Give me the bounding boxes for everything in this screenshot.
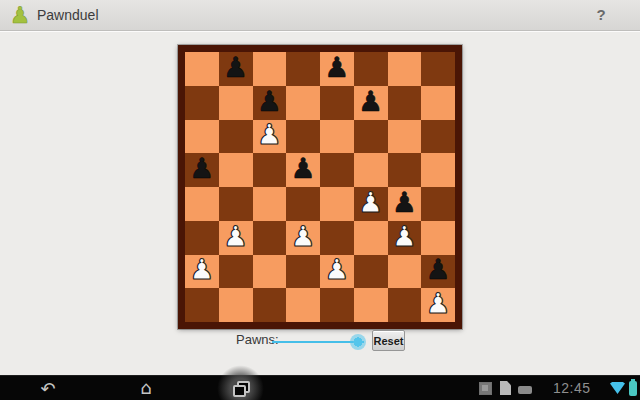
- square-b7[interactable]: [219, 86, 253, 120]
- square-a2[interactable]: ♟: [185, 255, 219, 289]
- square-d7[interactable]: [286, 86, 320, 120]
- square-c7[interactable]: ♟: [253, 86, 287, 120]
- square-b5[interactable]: [219, 153, 253, 187]
- notification-document-icon[interactable]: [500, 381, 511, 395]
- square-a5[interactable]: ♟: [185, 153, 219, 187]
- black-pawn: ♟: [426, 256, 451, 284]
- app-pawn-icon: ♟: [9, 1, 31, 29]
- square-g8[interactable]: [388, 52, 422, 86]
- square-f7[interactable]: ♟: [354, 86, 388, 120]
- app-title: Pawnduel: [37, 0, 99, 30]
- square-g5[interactable]: [388, 153, 422, 187]
- square-h2[interactable]: ♟: [421, 255, 455, 289]
- white-pawn: ♟: [291, 223, 316, 251]
- white-pawn: ♟: [189, 256, 214, 284]
- notification-usb-icon[interactable]: [518, 386, 532, 394]
- square-g2[interactable]: [388, 255, 422, 289]
- square-g3[interactable]: ♟: [388, 221, 422, 255]
- square-g1[interactable]: [388, 288, 422, 322]
- square-d4[interactable]: [286, 187, 320, 221]
- white-pawn: ♟: [358, 189, 383, 217]
- recent-apps-icon[interactable]: [228, 376, 254, 400]
- black-pawn: ♟: [223, 54, 248, 82]
- square-f2[interactable]: [354, 255, 388, 289]
- square-a7[interactable]: [185, 86, 219, 120]
- square-f4[interactable]: ♟: [354, 187, 388, 221]
- square-f6[interactable]: [354, 120, 388, 154]
- help-button[interactable]: ?: [590, 0, 612, 30]
- square-d8[interactable]: [286, 52, 320, 86]
- black-pawn: ♟: [392, 189, 417, 217]
- system-navigation-bar: ↶ ⌂ 12:45: [0, 375, 640, 400]
- black-pawn: ♟: [358, 88, 383, 116]
- square-g4[interactable]: ♟: [388, 187, 422, 221]
- square-d1[interactable]: [286, 288, 320, 322]
- square-c5[interactable]: [253, 153, 287, 187]
- square-b8[interactable]: ♟: [219, 52, 253, 86]
- square-f1[interactable]: [354, 288, 388, 322]
- pawns-slider[interactable]: [272, 333, 364, 351]
- square-a1[interactable]: [185, 288, 219, 322]
- square-b2[interactable]: [219, 255, 253, 289]
- notification-calendar-icon[interactable]: [479, 382, 492, 395]
- square-d5[interactable]: ♟: [286, 153, 320, 187]
- square-e6[interactable]: [320, 120, 354, 154]
- slider-thumb[interactable]: [350, 334, 366, 350]
- square-e2[interactable]: ♟: [320, 255, 354, 289]
- back-icon[interactable]: ↶: [34, 376, 62, 400]
- white-pawn: ♟: [324, 256, 349, 284]
- black-pawn: ♟: [189, 155, 214, 183]
- square-b1[interactable]: [219, 288, 253, 322]
- white-pawn: ♟: [223, 223, 248, 251]
- square-e8[interactable]: ♟: [320, 52, 354, 86]
- square-b6[interactable]: [219, 120, 253, 154]
- battery-icon: [629, 381, 637, 396]
- square-a4[interactable]: [185, 187, 219, 221]
- square-g6[interactable]: [388, 120, 422, 154]
- square-b3[interactable]: ♟: [219, 221, 253, 255]
- square-a6[interactable]: [185, 120, 219, 154]
- square-b4[interactable]: [219, 187, 253, 221]
- status-clock[interactable]: 12:45: [553, 376, 591, 400]
- square-e3[interactable]: [320, 221, 354, 255]
- square-h8[interactable]: [421, 52, 455, 86]
- white-pawn: ♟: [426, 290, 451, 318]
- square-e1[interactable]: [320, 288, 354, 322]
- reset-button[interactable]: Reset: [372, 330, 405, 351]
- square-f8[interactable]: [354, 52, 388, 86]
- square-c6[interactable]: ♟: [253, 120, 287, 154]
- square-a3[interactable]: [185, 221, 219, 255]
- square-f5[interactable]: [354, 153, 388, 187]
- square-a8[interactable]: [185, 52, 219, 86]
- square-h7[interactable]: [421, 86, 455, 120]
- square-c4[interactable]: [253, 187, 287, 221]
- square-h4[interactable]: [421, 187, 455, 221]
- square-f3[interactable]: [354, 221, 388, 255]
- square-h6[interactable]: [421, 120, 455, 154]
- square-d2[interactable]: [286, 255, 320, 289]
- square-d6[interactable]: [286, 120, 320, 154]
- square-h3[interactable]: [421, 221, 455, 255]
- chess-board-frame: ♟♟♟♟♟♟♟♟♟♟♟♟♟♟♟♟: [178, 45, 462, 329]
- square-g7[interactable]: [388, 86, 422, 120]
- chess-board[interactable]: ♟♟♟♟♟♟♟♟♟♟♟♟♟♟♟♟: [185, 52, 455, 322]
- square-h1[interactable]: ♟: [421, 288, 455, 322]
- square-c8[interactable]: [253, 52, 287, 86]
- black-pawn: ♟: [291, 155, 316, 183]
- screen: ♟ Pawnduel ? ♟♟♟♟♟♟♟♟♟♟♟♟♟♟♟♟ Pawns: Res…: [0, 0, 640, 400]
- square-c3[interactable]: [253, 221, 287, 255]
- square-d3[interactable]: ♟: [286, 221, 320, 255]
- square-e4[interactable]: [320, 187, 354, 221]
- white-pawn: ♟: [392, 223, 417, 251]
- square-c1[interactable]: [253, 288, 287, 322]
- square-c2[interactable]: [253, 255, 287, 289]
- square-e7[interactable]: [320, 86, 354, 120]
- square-e5[interactable]: [320, 153, 354, 187]
- black-pawn: ♟: [324, 54, 349, 82]
- wifi-icon: [610, 382, 625, 394]
- square-h5[interactable]: [421, 153, 455, 187]
- action-bar: ♟ Pawnduel ?: [0, 0, 640, 31]
- white-pawn: ♟: [257, 121, 282, 149]
- home-icon[interactable]: ⌂: [132, 375, 160, 400]
- black-pawn: ♟: [257, 88, 282, 116]
